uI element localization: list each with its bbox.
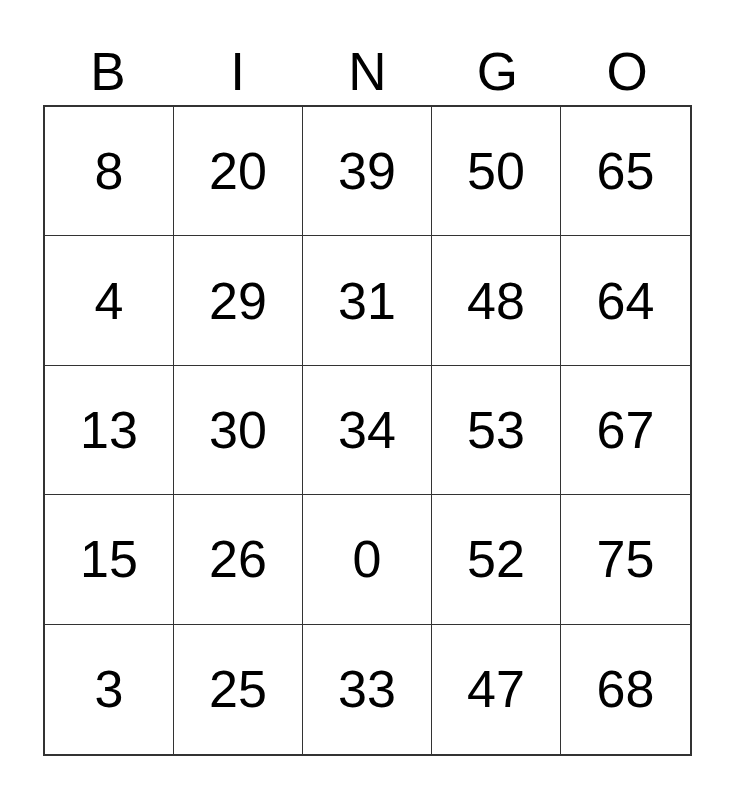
cell-r5c1[interactable]: 3 [45,625,174,754]
header-letter-b: B [43,45,173,105]
header-letter-n: N [303,45,433,105]
cell-r1c2[interactable]: 20 [174,107,303,236]
bingo-grid: 8 20 39 50 65 4 29 31 48 64 13 30 34 53 … [43,105,692,756]
cell-r2c4[interactable]: 48 [432,236,561,365]
cell-r5c3[interactable]: 33 [303,625,432,754]
cell-r1c3[interactable]: 39 [303,107,432,236]
cell-r3c3[interactable]: 34 [303,366,432,495]
cell-r5c2[interactable]: 25 [174,625,303,754]
cell-r4c3[interactable]: 0 [303,495,432,624]
cell-r5c5[interactable]: 68 [561,625,690,754]
header-letter-o: O [562,45,692,105]
cell-r3c2[interactable]: 30 [174,366,303,495]
cell-r4c4[interactable]: 52 [432,495,561,624]
cell-r4c1[interactable]: 15 [45,495,174,624]
header-letter-g: G [432,45,562,105]
cell-r3c4[interactable]: 53 [432,366,561,495]
cell-r4c5[interactable]: 75 [561,495,690,624]
cell-r4c2[interactable]: 26 [174,495,303,624]
cell-r2c1[interactable]: 4 [45,236,174,365]
cell-r2c5[interactable]: 64 [561,236,690,365]
cell-r1c4[interactable]: 50 [432,107,561,236]
cell-r1c1[interactable]: 8 [45,107,174,236]
cell-r2c2[interactable]: 29 [174,236,303,365]
header-letter-i: I [173,45,303,105]
cell-r3c1[interactable]: 13 [45,366,174,495]
cell-r5c4[interactable]: 47 [432,625,561,754]
bingo-header: B I N G O [43,0,692,105]
cell-r3c5[interactable]: 67 [561,366,690,495]
cell-r2c3[interactable]: 31 [303,236,432,365]
bingo-card: B I N G O 8 20 39 50 65 4 29 31 48 64 13… [0,0,736,800]
cell-r1c5[interactable]: 65 [561,107,690,236]
